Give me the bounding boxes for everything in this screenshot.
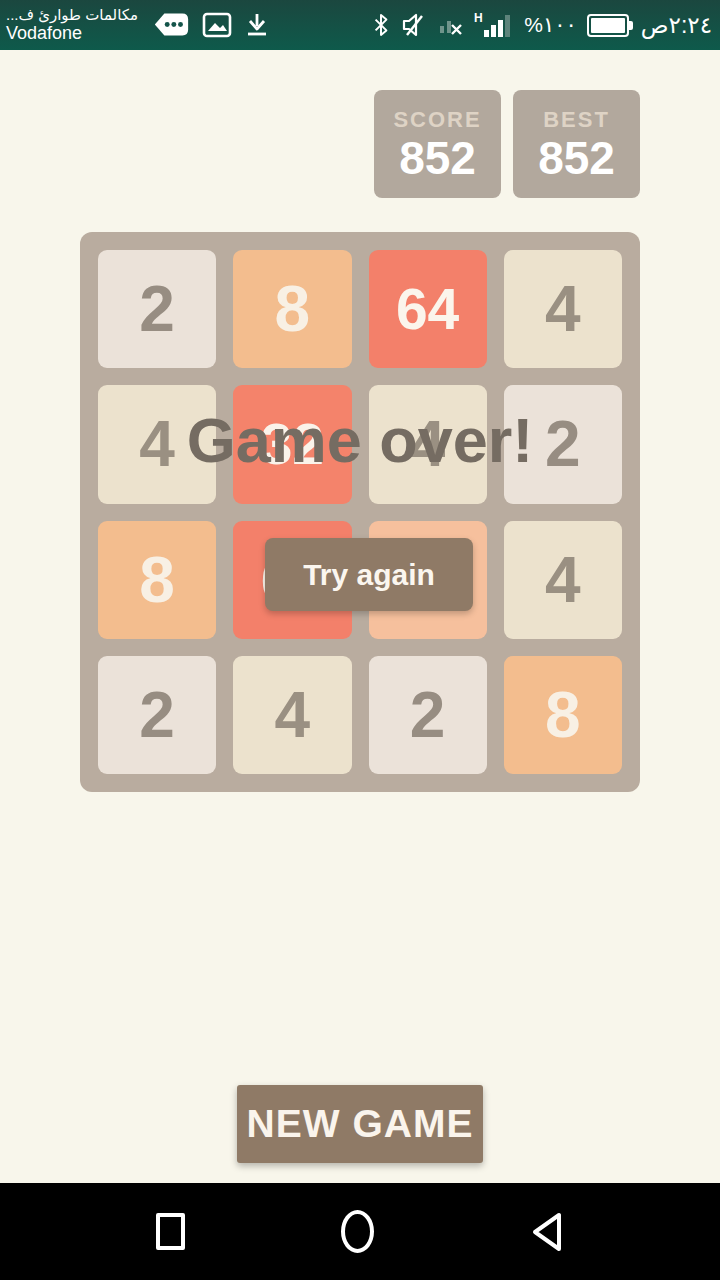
tile-2: 2	[369, 656, 487, 774]
signal-sim2-no-service-icon	[438, 12, 464, 38]
chat-bubble-icon	[152, 11, 190, 39]
battery-percent: ١٠٠%	[524, 13, 577, 37]
best-box: BEST 852	[513, 90, 640, 198]
tile-2: 2	[98, 656, 216, 774]
tile-8: 8	[233, 250, 351, 368]
score-box: SCORE 852	[374, 90, 501, 198]
tile-4: 4	[504, 250, 622, 368]
carrier-info: مكالمات طوارئ ف... Vodafone	[6, 6, 146, 44]
tile-8: 8	[98, 521, 216, 639]
tile-4: 4	[233, 656, 351, 774]
carrier-notice: مكالمات طوارئ ف...	[6, 6, 146, 23]
network-type-glyph: H	[474, 11, 483, 25]
game-over-title: Game over!	[80, 404, 640, 476]
tile-8: 8	[504, 656, 622, 774]
try-again-button[interactable]: Try again	[265, 538, 473, 611]
signal-h-icon: H	[474, 11, 514, 39]
scoreboard: SCORE 852 BEST 852	[374, 90, 640, 198]
score-label: SCORE	[393, 107, 481, 133]
new-game-button[interactable]: NEW GAME	[237, 1085, 483, 1163]
tile-2: 2	[98, 250, 216, 368]
system-icons: H ١٠٠% ٢:٢٤ص	[372, 11, 714, 39]
android-nav-bar	[0, 1183, 720, 1280]
board-grid: 28644432428641642428	[80, 232, 640, 792]
recents-square-icon	[156, 1213, 185, 1250]
notification-icons	[152, 11, 270, 39]
gallery-icon	[202, 12, 232, 38]
status-bar: مكالمات طوارئ ف... Vodafone	[0, 0, 720, 50]
best-value: 852	[538, 135, 615, 181]
carrier-name: Vodafone	[6, 23, 146, 44]
tile-64: 64	[369, 250, 487, 368]
back-triangle-icon	[530, 1210, 564, 1254]
score-value: 852	[399, 135, 476, 181]
home-button[interactable]	[341, 1210, 374, 1253]
bluetooth-icon	[372, 11, 390, 39]
best-label: BEST	[543, 107, 610, 133]
recents-button[interactable]	[156, 1213, 185, 1250]
back-button[interactable]	[530, 1210, 564, 1254]
battery-icon	[587, 14, 629, 37]
tile-4: 4	[504, 521, 622, 639]
download-icon	[244, 12, 270, 38]
home-circle-icon	[341, 1210, 374, 1253]
status-time: ٢:٢٤ص	[641, 12, 712, 39]
mute-icon	[400, 11, 428, 39]
